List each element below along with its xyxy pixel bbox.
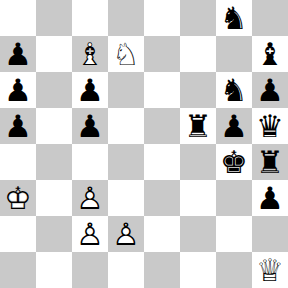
white-king: ♚♔ bbox=[0, 180, 36, 216]
white-pawn: ♟♙ bbox=[108, 216, 144, 252]
piece-glyph: ♟ bbox=[72, 108, 108, 144]
piece-glyph: ♟ bbox=[252, 72, 288, 108]
black-king: ♚ bbox=[216, 144, 252, 180]
square-d4[interactable] bbox=[108, 144, 144, 180]
square-a8[interactable] bbox=[0, 0, 36, 36]
black-pawn: ♟ bbox=[0, 72, 36, 108]
square-h2[interactable] bbox=[252, 216, 288, 252]
piece-glyph: ♟ bbox=[0, 72, 36, 108]
black-pawn: ♟ bbox=[72, 108, 108, 144]
square-a5[interactable]: ♟ bbox=[0, 108, 36, 144]
square-g4[interactable]: ♚ bbox=[216, 144, 252, 180]
square-f5[interactable]: ♜ bbox=[180, 108, 216, 144]
piece-glyph: ♜ bbox=[252, 144, 288, 180]
square-b2[interactable] bbox=[36, 216, 72, 252]
square-b7[interactable] bbox=[36, 36, 72, 72]
square-f7[interactable] bbox=[180, 36, 216, 72]
white-queen: ♛♕ bbox=[252, 252, 288, 288]
piece-glyph: ♟ bbox=[0, 36, 36, 72]
piece-glyph: ♟ bbox=[72, 72, 108, 108]
square-b6[interactable] bbox=[36, 72, 72, 108]
black-pawn: ♟ bbox=[0, 108, 36, 144]
black-pawn: ♟ bbox=[252, 180, 288, 216]
square-a6[interactable]: ♟ bbox=[0, 72, 36, 108]
square-b1[interactable] bbox=[36, 252, 72, 288]
square-d2[interactable]: ♟♙ bbox=[108, 216, 144, 252]
square-f6[interactable] bbox=[180, 72, 216, 108]
black-rook: ♜ bbox=[180, 108, 216, 144]
square-h4[interactable]: ♜ bbox=[252, 144, 288, 180]
square-g6[interactable]: ♞ bbox=[216, 72, 252, 108]
piece-glyph: ♛ bbox=[252, 108, 288, 144]
square-g1[interactable] bbox=[216, 252, 252, 288]
square-a7[interactable]: ♟ bbox=[0, 36, 36, 72]
black-queen: ♛ bbox=[252, 108, 288, 144]
piece-glyph: ♔ bbox=[0, 180, 36, 216]
square-f1[interactable] bbox=[180, 252, 216, 288]
square-c8[interactable] bbox=[72, 0, 108, 36]
square-g2[interactable] bbox=[216, 216, 252, 252]
black-pawn: ♟ bbox=[252, 72, 288, 108]
square-h8[interactable] bbox=[252, 0, 288, 36]
black-knight: ♞ bbox=[216, 0, 252, 36]
square-e3[interactable] bbox=[144, 180, 180, 216]
square-c2[interactable]: ♟♙ bbox=[72, 216, 108, 252]
square-c7[interactable]: ♝♗ bbox=[72, 36, 108, 72]
square-d5[interactable] bbox=[108, 108, 144, 144]
square-a1[interactable] bbox=[0, 252, 36, 288]
white-pawn: ♟♙ bbox=[72, 216, 108, 252]
square-e2[interactable] bbox=[144, 216, 180, 252]
square-b3[interactable] bbox=[36, 180, 72, 216]
square-d8[interactable] bbox=[108, 0, 144, 36]
square-a4[interactable] bbox=[0, 144, 36, 180]
chess-board: ♞♟♝♗♞♘♝♟♟♞♟♟♟♜♟♛♚♜♚♔♟♙♟♟♙♟♙♛♕ bbox=[0, 0, 288, 288]
square-e8[interactable] bbox=[144, 0, 180, 36]
square-b8[interactable] bbox=[36, 0, 72, 36]
square-c6[interactable]: ♟ bbox=[72, 72, 108, 108]
chess-diagram: ♞♟♝♗♞♘♝♟♟♞♟♟♟♜♟♛♚♜♚♔♟♙♟♟♙♟♙♛♕ bbox=[0, 0, 288, 288]
square-f4[interactable] bbox=[180, 144, 216, 180]
piece-glyph: ♘ bbox=[108, 36, 144, 72]
square-d6[interactable] bbox=[108, 72, 144, 108]
square-c4[interactable] bbox=[72, 144, 108, 180]
square-g7[interactable] bbox=[216, 36, 252, 72]
square-g3[interactable] bbox=[216, 180, 252, 216]
square-f3[interactable] bbox=[180, 180, 216, 216]
square-e4[interactable] bbox=[144, 144, 180, 180]
piece-glyph: ♙ bbox=[72, 180, 108, 216]
square-h6[interactable]: ♟ bbox=[252, 72, 288, 108]
square-f8[interactable] bbox=[180, 0, 216, 36]
white-pawn: ♟♙ bbox=[72, 180, 108, 216]
black-pawn: ♟ bbox=[216, 108, 252, 144]
square-d7[interactable]: ♞♘ bbox=[108, 36, 144, 72]
piece-glyph: ♟ bbox=[0, 108, 36, 144]
square-h3[interactable]: ♟ bbox=[252, 180, 288, 216]
square-g8[interactable]: ♞ bbox=[216, 0, 252, 36]
square-e7[interactable] bbox=[144, 36, 180, 72]
square-b5[interactable] bbox=[36, 108, 72, 144]
square-h1[interactable]: ♛♕ bbox=[252, 252, 288, 288]
square-e6[interactable] bbox=[144, 72, 180, 108]
piece-glyph: ♞ bbox=[216, 72, 252, 108]
square-g5[interactable]: ♟ bbox=[216, 108, 252, 144]
black-pawn: ♟ bbox=[72, 72, 108, 108]
square-h5[interactable]: ♛ bbox=[252, 108, 288, 144]
black-pawn: ♟ bbox=[0, 36, 36, 72]
square-b4[interactable] bbox=[36, 144, 72, 180]
piece-glyph: ♞ bbox=[216, 0, 252, 36]
square-e1[interactable] bbox=[144, 252, 180, 288]
piece-glyph: ♙ bbox=[72, 216, 108, 252]
piece-glyph: ♕ bbox=[252, 252, 288, 288]
square-d3[interactable] bbox=[108, 180, 144, 216]
piece-glyph: ♟ bbox=[216, 108, 252, 144]
square-c1[interactable] bbox=[72, 252, 108, 288]
square-a2[interactable] bbox=[0, 216, 36, 252]
piece-glyph: ♙ bbox=[108, 216, 144, 252]
square-d1[interactable] bbox=[108, 252, 144, 288]
square-e5[interactable] bbox=[144, 108, 180, 144]
square-a3[interactable]: ♚♔ bbox=[0, 180, 36, 216]
square-f2[interactable] bbox=[180, 216, 216, 252]
piece-glyph: ♝ bbox=[252, 36, 288, 72]
piece-glyph: ♜ bbox=[180, 108, 216, 144]
black-rook: ♜ bbox=[252, 144, 288, 180]
piece-glyph: ♟ bbox=[252, 180, 288, 216]
square-c5[interactable]: ♟ bbox=[72, 108, 108, 144]
black-knight: ♞ bbox=[216, 72, 252, 108]
square-h7[interactable]: ♝ bbox=[252, 36, 288, 72]
piece-glyph: ♗ bbox=[72, 36, 108, 72]
white-knight: ♞♘ bbox=[108, 36, 144, 72]
piece-glyph: ♚ bbox=[216, 144, 252, 180]
black-bishop: ♝ bbox=[252, 36, 288, 72]
square-c3[interactable]: ♟♙ bbox=[72, 180, 108, 216]
white-bishop: ♝♗ bbox=[72, 36, 108, 72]
